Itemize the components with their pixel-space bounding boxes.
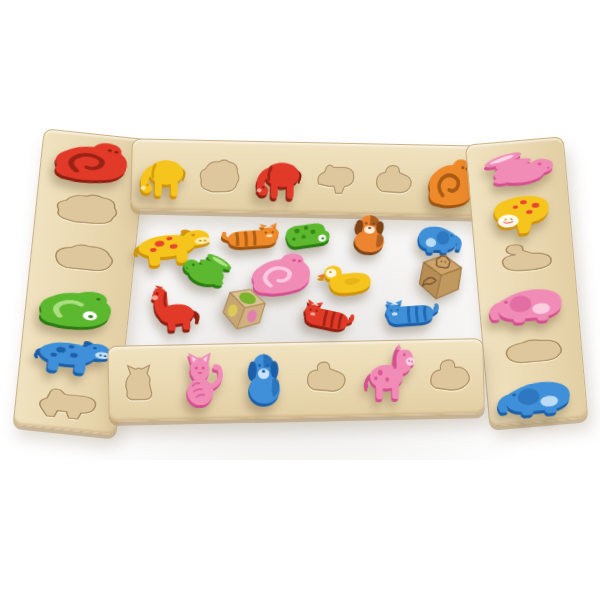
animal-die	[408, 240, 474, 309]
recess-rooster[interactable]	[370, 157, 419, 203]
piece-yellow-giraffe[interactable]	[477, 185, 565, 238]
slot-bottom-3-dog-sitting	[234, 347, 295, 414]
piece-blue-cow[interactable]	[28, 328, 116, 383]
slot-right-2-giraffe	[474, 186, 567, 239]
slot-left-1-monkey-curled	[44, 132, 142, 189]
piece-pink-pony[interactable]	[360, 342, 418, 406]
piece-pink-rabbit[interactable]	[473, 139, 561, 192]
recess-goose[interactable]	[300, 355, 353, 404]
recess-elephant[interactable]	[44, 234, 122, 282]
piece-blue-dog-sitting[interactable]	[236, 345, 294, 409]
piece-orange-puppy[interactable]	[342, 207, 399, 258]
slot-right-3-duck	[478, 232, 571, 285]
slot-left-3-elephant	[33, 229, 131, 286]
piece-red-foal[interactable]	[140, 280, 205, 336]
slot-left-6-horse	[18, 376, 116, 433]
recess-squirrel[interactable]	[424, 352, 477, 401]
recess-horse[interactable]	[28, 380, 106, 428]
slot-top-1-giraffe-grazing	[133, 143, 190, 206]
piece-pink-elephant[interactable]	[485, 278, 573, 331]
puzzle-scene	[0, 0, 600, 600]
slot-left-2-bear	[38, 181, 136, 238]
piece-blue-elephant[interactable]	[493, 371, 581, 424]
slot-bottom-1-cat	[110, 350, 171, 417]
die-animal-cube[interactable]	[408, 240, 474, 309]
slot-right-6-elephant	[490, 371, 583, 424]
slot-right-5-hippo	[486, 325, 579, 378]
piece-red-monkey-curled[interactable]	[49, 133, 137, 188]
piece-yellow-giraffe-grazing[interactable]	[135, 147, 189, 203]
recess-bear[interactable]	[49, 185, 127, 233]
loose-piece-orange-puppy	[342, 207, 399, 258]
recess-duck[interactable]	[486, 235, 563, 281]
slot-right-4-elephant	[482, 278, 575, 331]
piece-pink-cat-sitting[interactable]	[174, 346, 232, 410]
recess-cat[interactable]	[115, 359, 168, 408]
piece-red-horse-grazing[interactable]	[251, 149, 305, 205]
slot-left-4-crocodile-curled	[28, 278, 126, 335]
frame-strip-bottom	[107, 338, 485, 422]
piece-green-crocodile-curled[interactable]	[33, 279, 121, 334]
slot-bottom-4-goose	[296, 346, 357, 413]
slot-top-4-cow	[307, 147, 364, 210]
slot-top-2-bear	[191, 145, 248, 208]
recess-cow[interactable]	[312, 156, 361, 202]
slot-right-1-rabbit	[470, 139, 563, 192]
slot-top-5-rooster	[365, 148, 422, 211]
frame-strip-top	[130, 138, 483, 217]
slot-bottom-6-squirrel	[420, 343, 481, 410]
recess-hippo[interactable]	[494, 328, 571, 374]
recess-bear[interactable]	[196, 153, 245, 199]
slot-top-3-horse-grazing	[249, 146, 306, 209]
slot-bottom-2-cat-sitting	[172, 348, 233, 415]
loose-piece-red-foal	[140, 280, 205, 336]
slot-bottom-5-pony	[358, 344, 419, 411]
